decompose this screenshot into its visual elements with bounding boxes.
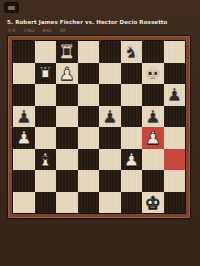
- square-d2[interactable]: [78, 170, 100, 192]
- square-h4[interactable]: [164, 127, 186, 149]
- black-pawn-a5[interactable]: ♟: [13, 106, 35, 128]
- square-g6[interactable]: [142, 84, 164, 106]
- square-a3[interactable]: [13, 149, 35, 171]
- game-moves: 39: [60, 28, 66, 33]
- square-b1[interactable]: [35, 192, 57, 214]
- game-eco: B41: [43, 28, 52, 33]
- black-pawn-g5[interactable]: ♟: [142, 106, 164, 128]
- square-f7[interactable]: [121, 63, 143, 85]
- square-b2[interactable]: [35, 170, 57, 192]
- square-d1[interactable]: [78, 192, 100, 214]
- white-king-g1[interactable]: ♚: [142, 192, 164, 214]
- square-a5[interactable]: ♟: [13, 106, 35, 128]
- square-g8[interactable]: [142, 41, 164, 63]
- square-e4[interactable]: [99, 127, 121, 149]
- square-b7[interactable]: ♜: [35, 63, 57, 85]
- app-screen: 5. Robert James Fischer vs. Hector Decio…: [0, 0, 200, 266]
- square-f4[interactable]: [121, 127, 143, 149]
- square-e2[interactable]: [99, 170, 121, 192]
- menu-button[interactable]: [4, 2, 19, 13]
- square-a6[interactable]: [13, 84, 35, 106]
- chess-board-frame: ♜♞♜♟♚♟♟♟♟♟♟♝♟♚: [8, 36, 190, 218]
- square-e8[interactable]: [99, 41, 121, 63]
- square-g4[interactable]: ♟: [142, 127, 164, 149]
- square-h2[interactable]: [164, 170, 186, 192]
- square-a7[interactable]: [13, 63, 35, 85]
- square-f8[interactable]: ♞: [121, 41, 143, 63]
- white-rook-b7[interactable]: ♜: [35, 63, 57, 85]
- square-a8[interactable]: [13, 41, 35, 63]
- square-f2[interactable]: [121, 170, 143, 192]
- square-e1[interactable]: [99, 192, 121, 214]
- square-a2[interactable]: [13, 170, 35, 192]
- square-b8[interactable]: [35, 41, 57, 63]
- square-e6[interactable]: [99, 84, 121, 106]
- white-bishop-b3[interactable]: ♝: [35, 149, 57, 171]
- square-d8[interactable]: [78, 41, 100, 63]
- square-h8[interactable]: [164, 41, 186, 63]
- square-c3[interactable]: [56, 149, 78, 171]
- square-e3[interactable]: [99, 149, 121, 171]
- white-pawn-g4[interactable]: ♟: [142, 127, 164, 149]
- square-f1[interactable]: [121, 192, 143, 214]
- chess-board: ♜♞♜♟♚♟♟♟♟♟♟♝♟♚: [13, 41, 185, 213]
- square-h5[interactable]: [164, 106, 186, 128]
- white-pawn-c7[interactable]: ♟: [56, 63, 78, 85]
- square-f6[interactable]: [121, 84, 143, 106]
- square-f3[interactable]: ♟: [121, 149, 143, 171]
- square-h1[interactable]: [164, 192, 186, 214]
- square-c2[interactable]: [56, 170, 78, 192]
- square-f5[interactable]: [121, 106, 143, 128]
- white-pawn-a4[interactable]: ♟: [13, 127, 35, 149]
- square-h7[interactable]: [164, 63, 186, 85]
- black-king-g7[interactable]: ♚: [142, 63, 164, 85]
- square-c5[interactable]: [56, 106, 78, 128]
- square-c4[interactable]: [56, 127, 78, 149]
- square-e7[interactable]: [99, 63, 121, 85]
- black-rook-c8[interactable]: ♜: [56, 41, 78, 63]
- square-c8[interactable]: ♜: [56, 41, 78, 63]
- white-pawn-f3[interactable]: ♟: [121, 149, 143, 171]
- square-b4[interactable]: [35, 127, 57, 149]
- black-pawn-h6[interactable]: ♟: [164, 84, 186, 106]
- square-c1[interactable]: [56, 192, 78, 214]
- square-g3[interactable]: [142, 149, 164, 171]
- square-g1[interactable]: ♚: [142, 192, 164, 214]
- square-b3[interactable]: ♝: [35, 149, 57, 171]
- square-g7[interactable]: ♚: [142, 63, 164, 85]
- square-h6[interactable]: ♟: [164, 84, 186, 106]
- square-d7[interactable]: [78, 63, 100, 85]
- game-result: 1-0: [8, 28, 15, 33]
- square-c7[interactable]: ♟: [56, 63, 78, 85]
- menu-button-icon: [8, 6, 15, 10]
- square-b6[interactable]: [35, 84, 57, 106]
- game-meta: 1-0 1962 B41 39: [8, 28, 65, 33]
- game-title: 5. Robert James Fischer vs. Hector Decio…: [7, 19, 197, 25]
- square-d3[interactable]: [78, 149, 100, 171]
- square-h3[interactable]: [164, 149, 186, 171]
- square-c6[interactable]: [56, 84, 78, 106]
- square-g2[interactable]: [142, 170, 164, 192]
- square-a1[interactable]: [13, 192, 35, 214]
- square-d4[interactable]: [78, 127, 100, 149]
- square-d5[interactable]: [78, 106, 100, 128]
- black-pawn-e5[interactable]: ♟: [99, 106, 121, 128]
- game-year: 1962: [23, 28, 34, 33]
- black-knight-f8[interactable]: ♞: [121, 41, 143, 63]
- square-g5[interactable]: ♟: [142, 106, 164, 128]
- square-e5[interactable]: ♟: [99, 106, 121, 128]
- square-d6[interactable]: [78, 84, 100, 106]
- square-a4[interactable]: ♟: [13, 127, 35, 149]
- square-b5[interactable]: [35, 106, 57, 128]
